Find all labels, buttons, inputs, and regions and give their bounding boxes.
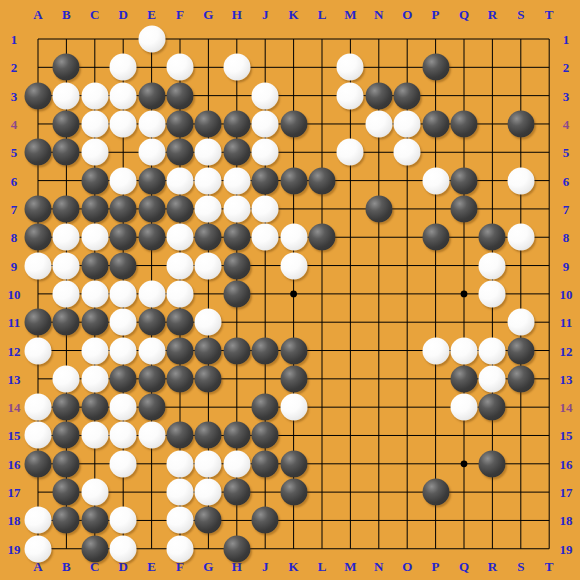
point-J16[interactable] bbox=[251, 450, 279, 478]
point-B2[interactable] bbox=[52, 53, 80, 81]
point-S16[interactable] bbox=[507, 450, 535, 478]
point-R14[interactable] bbox=[478, 393, 506, 421]
point-N2[interactable] bbox=[365, 53, 393, 81]
point-T3[interactable] bbox=[535, 82, 563, 110]
point-H17[interactable] bbox=[223, 478, 251, 506]
point-M2[interactable] bbox=[336, 53, 364, 81]
point-P18[interactable] bbox=[422, 506, 450, 534]
point-G16[interactable] bbox=[194, 450, 222, 478]
point-O4[interactable] bbox=[393, 110, 421, 138]
point-N8[interactable] bbox=[365, 223, 393, 251]
point-Q4[interactable] bbox=[450, 110, 478, 138]
point-K8[interactable] bbox=[280, 223, 308, 251]
point-D4[interactable] bbox=[109, 110, 137, 138]
point-T8[interactable] bbox=[535, 223, 563, 251]
point-C1[interactable] bbox=[81, 25, 109, 53]
point-C18[interactable] bbox=[81, 506, 109, 534]
point-H9[interactable] bbox=[223, 252, 251, 280]
point-K16[interactable] bbox=[280, 450, 308, 478]
point-L8[interactable] bbox=[308, 223, 336, 251]
point-N3[interactable] bbox=[365, 82, 393, 110]
point-E9[interactable] bbox=[138, 252, 166, 280]
point-A13[interactable] bbox=[24, 365, 52, 393]
point-C9[interactable] bbox=[81, 252, 109, 280]
point-P1[interactable] bbox=[422, 25, 450, 53]
point-B3[interactable] bbox=[52, 82, 80, 110]
point-B9[interactable] bbox=[52, 252, 80, 280]
point-C12[interactable] bbox=[81, 337, 109, 365]
point-K5[interactable] bbox=[280, 138, 308, 166]
point-O15[interactable] bbox=[393, 421, 421, 449]
point-M11[interactable] bbox=[336, 308, 364, 336]
point-B19[interactable] bbox=[52, 535, 80, 563]
point-L9[interactable] bbox=[308, 252, 336, 280]
point-E15[interactable] bbox=[138, 421, 166, 449]
point-R6[interactable] bbox=[478, 167, 506, 195]
point-L19[interactable] bbox=[308, 535, 336, 563]
point-S8[interactable] bbox=[507, 223, 535, 251]
point-B14[interactable] bbox=[52, 393, 80, 421]
point-P10[interactable] bbox=[422, 280, 450, 308]
point-O13[interactable] bbox=[393, 365, 421, 393]
point-P3[interactable] bbox=[422, 82, 450, 110]
point-N13[interactable] bbox=[365, 365, 393, 393]
point-Q6[interactable] bbox=[450, 167, 478, 195]
point-B15[interactable] bbox=[52, 421, 80, 449]
point-D11[interactable] bbox=[109, 308, 137, 336]
point-L14[interactable] bbox=[308, 393, 336, 421]
point-M10[interactable] bbox=[336, 280, 364, 308]
point-B10[interactable] bbox=[52, 280, 80, 308]
point-N15[interactable] bbox=[365, 421, 393, 449]
point-J2[interactable] bbox=[251, 53, 279, 81]
point-J19[interactable] bbox=[251, 535, 279, 563]
point-O5[interactable] bbox=[393, 138, 421, 166]
point-M14[interactable] bbox=[336, 393, 364, 421]
point-N9[interactable] bbox=[365, 252, 393, 280]
point-F18[interactable] bbox=[166, 506, 194, 534]
point-D18[interactable] bbox=[109, 506, 137, 534]
point-H16[interactable] bbox=[223, 450, 251, 478]
point-K4[interactable] bbox=[280, 110, 308, 138]
point-J5[interactable] bbox=[251, 138, 279, 166]
point-T15[interactable] bbox=[535, 421, 563, 449]
point-D10[interactable] bbox=[109, 280, 137, 308]
point-O17[interactable] bbox=[393, 478, 421, 506]
point-R19[interactable] bbox=[478, 535, 506, 563]
point-J7[interactable] bbox=[251, 195, 279, 223]
point-B4[interactable] bbox=[52, 110, 80, 138]
point-Q13[interactable] bbox=[450, 365, 478, 393]
point-H8[interactable] bbox=[223, 223, 251, 251]
point-H19[interactable] bbox=[223, 535, 251, 563]
point-H7[interactable] bbox=[223, 195, 251, 223]
point-K7[interactable] bbox=[280, 195, 308, 223]
point-O12[interactable] bbox=[393, 337, 421, 365]
point-R3[interactable] bbox=[478, 82, 506, 110]
point-C2[interactable] bbox=[81, 53, 109, 81]
point-F1[interactable] bbox=[166, 25, 194, 53]
point-S13[interactable] bbox=[507, 365, 535, 393]
point-C17[interactable] bbox=[81, 478, 109, 506]
point-S6[interactable] bbox=[507, 167, 535, 195]
point-A9[interactable] bbox=[24, 252, 52, 280]
point-F4[interactable] bbox=[166, 110, 194, 138]
point-G8[interactable] bbox=[194, 223, 222, 251]
point-H11[interactable] bbox=[223, 308, 251, 336]
point-D9[interactable] bbox=[109, 252, 137, 280]
point-H1[interactable] bbox=[223, 25, 251, 53]
point-F17[interactable] bbox=[166, 478, 194, 506]
point-F12[interactable] bbox=[166, 337, 194, 365]
point-E10[interactable] bbox=[138, 280, 166, 308]
point-A5[interactable] bbox=[24, 138, 52, 166]
point-G14[interactable] bbox=[194, 393, 222, 421]
point-C3[interactable] bbox=[81, 82, 109, 110]
point-D13[interactable] bbox=[109, 365, 137, 393]
point-R10[interactable] bbox=[478, 280, 506, 308]
point-D16[interactable] bbox=[109, 450, 137, 478]
point-L2[interactable] bbox=[308, 53, 336, 81]
point-P12[interactable] bbox=[422, 337, 450, 365]
point-O6[interactable] bbox=[393, 167, 421, 195]
point-J17[interactable] bbox=[251, 478, 279, 506]
point-Q5[interactable] bbox=[450, 138, 478, 166]
point-T18[interactable] bbox=[535, 506, 563, 534]
point-F5[interactable] bbox=[166, 138, 194, 166]
point-M3[interactable] bbox=[336, 82, 364, 110]
point-P8[interactable] bbox=[422, 223, 450, 251]
point-O14[interactable] bbox=[393, 393, 421, 421]
point-T5[interactable] bbox=[535, 138, 563, 166]
point-F8[interactable] bbox=[166, 223, 194, 251]
point-A16[interactable] bbox=[24, 450, 52, 478]
point-E1[interactable] bbox=[138, 25, 166, 53]
point-C8[interactable] bbox=[81, 223, 109, 251]
point-E14[interactable] bbox=[138, 393, 166, 421]
point-O16[interactable] bbox=[393, 450, 421, 478]
point-F15[interactable] bbox=[166, 421, 194, 449]
point-R13[interactable] bbox=[478, 365, 506, 393]
point-H3[interactable] bbox=[223, 82, 251, 110]
point-M4[interactable] bbox=[336, 110, 364, 138]
point-L13[interactable] bbox=[308, 365, 336, 393]
point-K14[interactable] bbox=[280, 393, 308, 421]
point-S1[interactable] bbox=[507, 25, 535, 53]
point-L12[interactable] bbox=[308, 337, 336, 365]
point-P11[interactable] bbox=[422, 308, 450, 336]
point-E17[interactable] bbox=[138, 478, 166, 506]
point-T1[interactable] bbox=[535, 25, 563, 53]
point-B16[interactable] bbox=[52, 450, 80, 478]
point-G10[interactable] bbox=[194, 280, 222, 308]
point-H18[interactable] bbox=[223, 506, 251, 534]
point-N16[interactable] bbox=[365, 450, 393, 478]
point-S14[interactable] bbox=[507, 393, 535, 421]
point-A2[interactable] bbox=[24, 53, 52, 81]
point-K17[interactable] bbox=[280, 478, 308, 506]
point-K18[interactable] bbox=[280, 506, 308, 534]
point-S15[interactable] bbox=[507, 421, 535, 449]
point-H14[interactable] bbox=[223, 393, 251, 421]
point-S18[interactable] bbox=[507, 506, 535, 534]
point-E16[interactable] bbox=[138, 450, 166, 478]
point-Q15[interactable] bbox=[450, 421, 478, 449]
point-M7[interactable] bbox=[336, 195, 364, 223]
point-E6[interactable] bbox=[138, 167, 166, 195]
point-K10[interactable] bbox=[280, 280, 308, 308]
point-D6[interactable] bbox=[109, 167, 137, 195]
point-L18[interactable] bbox=[308, 506, 336, 534]
point-N19[interactable] bbox=[365, 535, 393, 563]
point-J6[interactable] bbox=[251, 167, 279, 195]
point-Q2[interactable] bbox=[450, 53, 478, 81]
point-P4[interactable] bbox=[422, 110, 450, 138]
point-B18[interactable] bbox=[52, 506, 80, 534]
point-P6[interactable] bbox=[422, 167, 450, 195]
point-M19[interactable] bbox=[336, 535, 364, 563]
point-D8[interactable] bbox=[109, 223, 137, 251]
point-N1[interactable] bbox=[365, 25, 393, 53]
point-G15[interactable] bbox=[194, 421, 222, 449]
point-F3[interactable] bbox=[166, 82, 194, 110]
point-S17[interactable] bbox=[507, 478, 535, 506]
point-G1[interactable] bbox=[194, 25, 222, 53]
point-R11[interactable] bbox=[478, 308, 506, 336]
point-A12[interactable] bbox=[24, 337, 52, 365]
point-L16[interactable] bbox=[308, 450, 336, 478]
point-J13[interactable] bbox=[251, 365, 279, 393]
point-G7[interactable] bbox=[194, 195, 222, 223]
point-Q3[interactable] bbox=[450, 82, 478, 110]
point-G12[interactable] bbox=[194, 337, 222, 365]
point-R15[interactable] bbox=[478, 421, 506, 449]
point-G13[interactable] bbox=[194, 365, 222, 393]
point-Q11[interactable] bbox=[450, 308, 478, 336]
point-P7[interactable] bbox=[422, 195, 450, 223]
point-T17[interactable] bbox=[535, 478, 563, 506]
point-H6[interactable] bbox=[223, 167, 251, 195]
point-F2[interactable] bbox=[166, 53, 194, 81]
point-Q9[interactable] bbox=[450, 252, 478, 280]
point-R8[interactable] bbox=[478, 223, 506, 251]
point-O18[interactable] bbox=[393, 506, 421, 534]
point-Q10[interactable] bbox=[450, 280, 478, 308]
point-M17[interactable] bbox=[336, 478, 364, 506]
point-O2[interactable] bbox=[393, 53, 421, 81]
point-T6[interactable] bbox=[535, 167, 563, 195]
point-L4[interactable] bbox=[308, 110, 336, 138]
point-T12[interactable] bbox=[535, 337, 563, 365]
point-B11[interactable] bbox=[52, 308, 80, 336]
point-R12[interactable] bbox=[478, 337, 506, 365]
point-G2[interactable] bbox=[194, 53, 222, 81]
point-P14[interactable] bbox=[422, 393, 450, 421]
point-H12[interactable] bbox=[223, 337, 251, 365]
point-P9[interactable] bbox=[422, 252, 450, 280]
point-P16[interactable] bbox=[422, 450, 450, 478]
point-F13[interactable] bbox=[166, 365, 194, 393]
point-B5[interactable] bbox=[52, 138, 80, 166]
point-J8[interactable] bbox=[251, 223, 279, 251]
point-C7[interactable] bbox=[81, 195, 109, 223]
point-A15[interactable] bbox=[24, 421, 52, 449]
point-A18[interactable] bbox=[24, 506, 52, 534]
point-P19[interactable] bbox=[422, 535, 450, 563]
point-T10[interactable] bbox=[535, 280, 563, 308]
point-O10[interactable] bbox=[393, 280, 421, 308]
point-C19[interactable] bbox=[81, 535, 109, 563]
point-E3[interactable] bbox=[138, 82, 166, 110]
point-R2[interactable] bbox=[478, 53, 506, 81]
point-D15[interactable] bbox=[109, 421, 137, 449]
point-E4[interactable] bbox=[138, 110, 166, 138]
point-D14[interactable] bbox=[109, 393, 137, 421]
point-J10[interactable] bbox=[251, 280, 279, 308]
point-Q12[interactable] bbox=[450, 337, 478, 365]
point-J3[interactable] bbox=[251, 82, 279, 110]
point-N11[interactable] bbox=[365, 308, 393, 336]
point-G4[interactable] bbox=[194, 110, 222, 138]
point-H15[interactable] bbox=[223, 421, 251, 449]
point-L3[interactable] bbox=[308, 82, 336, 110]
point-M18[interactable] bbox=[336, 506, 364, 534]
point-M13[interactable] bbox=[336, 365, 364, 393]
point-N17[interactable] bbox=[365, 478, 393, 506]
point-Q18[interactable] bbox=[450, 506, 478, 534]
point-L7[interactable] bbox=[308, 195, 336, 223]
point-P15[interactable] bbox=[422, 421, 450, 449]
point-M9[interactable] bbox=[336, 252, 364, 280]
point-S3[interactable] bbox=[507, 82, 535, 110]
point-K12[interactable] bbox=[280, 337, 308, 365]
point-E11[interactable] bbox=[138, 308, 166, 336]
point-E8[interactable] bbox=[138, 223, 166, 251]
point-B12[interactable] bbox=[52, 337, 80, 365]
point-Q14[interactable] bbox=[450, 393, 478, 421]
point-T7[interactable] bbox=[535, 195, 563, 223]
point-R16[interactable] bbox=[478, 450, 506, 478]
point-M6[interactable] bbox=[336, 167, 364, 195]
point-K2[interactable] bbox=[280, 53, 308, 81]
point-K13[interactable] bbox=[280, 365, 308, 393]
point-H10[interactable] bbox=[223, 280, 251, 308]
point-K19[interactable] bbox=[280, 535, 308, 563]
point-M5[interactable] bbox=[336, 138, 364, 166]
point-F6[interactable] bbox=[166, 167, 194, 195]
point-M16[interactable] bbox=[336, 450, 364, 478]
point-C14[interactable] bbox=[81, 393, 109, 421]
point-S19[interactable] bbox=[507, 535, 535, 563]
point-F14[interactable] bbox=[166, 393, 194, 421]
point-H13[interactable] bbox=[223, 365, 251, 393]
point-B6[interactable] bbox=[52, 167, 80, 195]
point-D3[interactable] bbox=[109, 82, 137, 110]
point-C5[interactable] bbox=[81, 138, 109, 166]
point-S2[interactable] bbox=[507, 53, 535, 81]
point-N7[interactable] bbox=[365, 195, 393, 223]
point-G18[interactable] bbox=[194, 506, 222, 534]
point-P17[interactable] bbox=[422, 478, 450, 506]
point-G11[interactable] bbox=[194, 308, 222, 336]
point-L11[interactable] bbox=[308, 308, 336, 336]
point-D1[interactable] bbox=[109, 25, 137, 53]
point-A14[interactable] bbox=[24, 393, 52, 421]
point-S5[interactable] bbox=[507, 138, 535, 166]
point-E12[interactable] bbox=[138, 337, 166, 365]
point-R17[interactable] bbox=[478, 478, 506, 506]
point-S7[interactable] bbox=[507, 195, 535, 223]
point-T9[interactable] bbox=[535, 252, 563, 280]
point-O7[interactable] bbox=[393, 195, 421, 223]
point-N12[interactable] bbox=[365, 337, 393, 365]
point-K15[interactable] bbox=[280, 421, 308, 449]
point-F16[interactable] bbox=[166, 450, 194, 478]
point-B8[interactable] bbox=[52, 223, 80, 251]
point-R1[interactable] bbox=[478, 25, 506, 53]
point-A11[interactable] bbox=[24, 308, 52, 336]
point-M8[interactable] bbox=[336, 223, 364, 251]
point-L10[interactable] bbox=[308, 280, 336, 308]
point-A10[interactable] bbox=[24, 280, 52, 308]
point-D7[interactable] bbox=[109, 195, 137, 223]
point-T4[interactable] bbox=[535, 110, 563, 138]
point-N14[interactable] bbox=[365, 393, 393, 421]
point-A19[interactable] bbox=[24, 535, 52, 563]
point-G19[interactable] bbox=[194, 535, 222, 563]
point-N18[interactable] bbox=[365, 506, 393, 534]
point-D2[interactable] bbox=[109, 53, 137, 81]
point-M12[interactable] bbox=[336, 337, 364, 365]
point-A8[interactable] bbox=[24, 223, 52, 251]
point-O3[interactable] bbox=[393, 82, 421, 110]
point-G3[interactable] bbox=[194, 82, 222, 110]
point-J12[interactable] bbox=[251, 337, 279, 365]
point-T16[interactable] bbox=[535, 450, 563, 478]
point-K1[interactable] bbox=[280, 25, 308, 53]
point-N10[interactable] bbox=[365, 280, 393, 308]
point-T19[interactable] bbox=[535, 535, 563, 563]
point-F9[interactable] bbox=[166, 252, 194, 280]
point-P5[interactable] bbox=[422, 138, 450, 166]
point-O8[interactable] bbox=[393, 223, 421, 251]
point-S4[interactable] bbox=[507, 110, 535, 138]
point-S12[interactable] bbox=[507, 337, 535, 365]
point-J9[interactable] bbox=[251, 252, 279, 280]
point-F7[interactable] bbox=[166, 195, 194, 223]
point-A4[interactable] bbox=[24, 110, 52, 138]
point-H2[interactable] bbox=[223, 53, 251, 81]
point-S9[interactable] bbox=[507, 252, 535, 280]
point-B1[interactable] bbox=[52, 25, 80, 53]
point-E5[interactable] bbox=[138, 138, 166, 166]
point-C6[interactable] bbox=[81, 167, 109, 195]
point-Q17[interactable] bbox=[450, 478, 478, 506]
point-B17[interactable] bbox=[52, 478, 80, 506]
point-L17[interactable] bbox=[308, 478, 336, 506]
point-B13[interactable] bbox=[52, 365, 80, 393]
point-L6[interactable] bbox=[308, 167, 336, 195]
point-G6[interactable] bbox=[194, 167, 222, 195]
point-O19[interactable] bbox=[393, 535, 421, 563]
point-Q8[interactable] bbox=[450, 223, 478, 251]
point-J11[interactable] bbox=[251, 308, 279, 336]
point-G9[interactable] bbox=[194, 252, 222, 280]
point-H5[interactable] bbox=[223, 138, 251, 166]
point-S11[interactable] bbox=[507, 308, 535, 336]
point-J4[interactable] bbox=[251, 110, 279, 138]
point-A6[interactable] bbox=[24, 167, 52, 195]
